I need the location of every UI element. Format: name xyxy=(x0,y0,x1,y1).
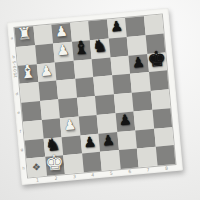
square-f8[interactable] xyxy=(152,108,172,128)
rank-label-6: 6 xyxy=(120,167,139,176)
vinyl-chessboard: ♜♟♟♟♝♞♝♟♟♚♟♟♞♟♟❖♚ 12345678 abcdefgh 1500… xyxy=(7,8,183,185)
square-d6[interactable] xyxy=(112,74,132,94)
white-pawn[interactable]: ♟ xyxy=(54,24,68,39)
black-pawn[interactable]: ♟ xyxy=(110,19,124,34)
square-d1[interactable] xyxy=(20,82,40,102)
square-d5[interactable] xyxy=(93,76,113,96)
square-f6[interactable]: ♟ xyxy=(115,111,135,131)
black-pawn[interactable]: ♟ xyxy=(118,112,132,127)
square-b3[interactable]: ♟ xyxy=(53,42,73,62)
square-f3[interactable]: ♟ xyxy=(60,116,80,136)
black-knight[interactable]: ♞ xyxy=(45,136,62,154)
square-b1[interactable] xyxy=(16,45,36,65)
square-f2[interactable] xyxy=(41,118,61,138)
board-logo-icon: ❖ xyxy=(31,162,41,173)
square-c7[interactable]: ♟ xyxy=(128,54,148,74)
square-c4[interactable] xyxy=(73,59,93,79)
photo-of-chessboard: ♜♟♟♟♝♞♝♟♟♚♟♟♞♟♟❖♚ 12345678 abcdefgh 1500… xyxy=(0,0,200,200)
square-h1[interactable]: ❖ xyxy=(26,157,46,177)
square-a3[interactable]: ♟ xyxy=(51,23,71,43)
black-bishop[interactable]: ♝ xyxy=(72,38,90,57)
board-brand-text: 1500-S xyxy=(11,60,19,78)
white-pawn[interactable]: ♟ xyxy=(63,117,77,132)
chessboard-grid: ♜♟♟♟♝♞♝♟♟♚♟♟♞♟♟❖♚ xyxy=(14,15,175,178)
square-b5[interactable]: ♞ xyxy=(90,38,110,58)
square-h4[interactable] xyxy=(82,152,102,172)
square-c3[interactable] xyxy=(55,60,75,80)
square-c6[interactable] xyxy=(110,55,130,75)
square-d7[interactable] xyxy=(130,72,150,92)
rank-label-7: 7 xyxy=(139,166,158,175)
square-d3[interactable] xyxy=(56,79,76,99)
square-c1[interactable]: ♝ xyxy=(18,64,38,84)
square-e8[interactable] xyxy=(150,89,170,109)
square-a1[interactable]: ♜ xyxy=(14,26,34,46)
white-pawn[interactable]: ♟ xyxy=(39,63,53,78)
square-g4[interactable]: ♟ xyxy=(80,133,100,153)
square-b7[interactable] xyxy=(127,35,147,55)
black-pawn[interactable]: ♟ xyxy=(101,133,115,148)
square-h8[interactable] xyxy=(155,145,175,165)
rank-label-3: 3 xyxy=(65,172,84,181)
square-c2[interactable]: ♟ xyxy=(36,62,56,82)
square-f5[interactable] xyxy=(97,113,117,133)
square-g8[interactable] xyxy=(154,127,174,147)
rank-label-8: 8 xyxy=(157,164,176,173)
square-e1[interactable] xyxy=(21,101,41,121)
square-f1[interactable] xyxy=(23,120,43,140)
square-g1[interactable] xyxy=(25,138,45,158)
square-e7[interactable] xyxy=(132,91,152,111)
square-c5[interactable] xyxy=(92,57,112,77)
square-a6[interactable]: ♟ xyxy=(107,18,127,38)
white-bishop[interactable]: ♝ xyxy=(19,62,37,81)
black-pawn[interactable]: ♟ xyxy=(131,55,145,70)
black-knight[interactable]: ♞ xyxy=(91,37,108,55)
square-e2[interactable] xyxy=(40,99,60,119)
square-a4[interactable] xyxy=(70,21,90,41)
square-h7[interactable] xyxy=(137,147,157,167)
rank-label-1: 1 xyxy=(28,176,47,185)
square-a5[interactable] xyxy=(88,20,108,40)
square-a8[interactable] xyxy=(143,15,163,35)
square-b2[interactable] xyxy=(35,43,55,63)
square-h6[interactable] xyxy=(118,149,138,169)
white-rook[interactable]: ♜ xyxy=(16,26,32,43)
square-e4[interactable] xyxy=(77,96,97,116)
square-g5[interactable]: ♟ xyxy=(98,132,118,152)
square-d8[interactable] xyxy=(149,71,169,91)
square-c8[interactable]: ♚ xyxy=(147,52,167,72)
square-a7[interactable] xyxy=(125,16,145,36)
white-pawn[interactable]: ♟ xyxy=(56,43,70,58)
square-b8[interactable] xyxy=(145,33,165,53)
square-b4[interactable]: ♝ xyxy=(71,40,91,60)
rank-label-2: 2 xyxy=(46,174,65,183)
square-g2[interactable]: ♞ xyxy=(43,137,63,157)
square-h5[interactable] xyxy=(100,150,120,170)
black-pawn[interactable]: ♟ xyxy=(83,134,97,149)
square-a2[interactable] xyxy=(33,25,53,45)
square-h2[interactable]: ♚ xyxy=(45,155,65,175)
rank-label-4: 4 xyxy=(83,171,102,180)
square-e5[interactable] xyxy=(95,94,115,114)
square-f4[interactable] xyxy=(78,115,98,135)
square-g3[interactable] xyxy=(62,135,82,155)
square-g6[interactable] xyxy=(117,130,137,150)
square-e6[interactable] xyxy=(113,93,133,113)
square-f7[interactable] xyxy=(134,110,154,130)
square-g7[interactable] xyxy=(135,128,155,148)
square-d2[interactable] xyxy=(38,81,58,101)
square-e3[interactable] xyxy=(58,98,78,118)
square-b6[interactable] xyxy=(108,37,128,57)
square-d4[interactable] xyxy=(75,77,95,97)
rank-label-5: 5 xyxy=(102,169,121,178)
square-h3[interactable] xyxy=(63,154,83,174)
